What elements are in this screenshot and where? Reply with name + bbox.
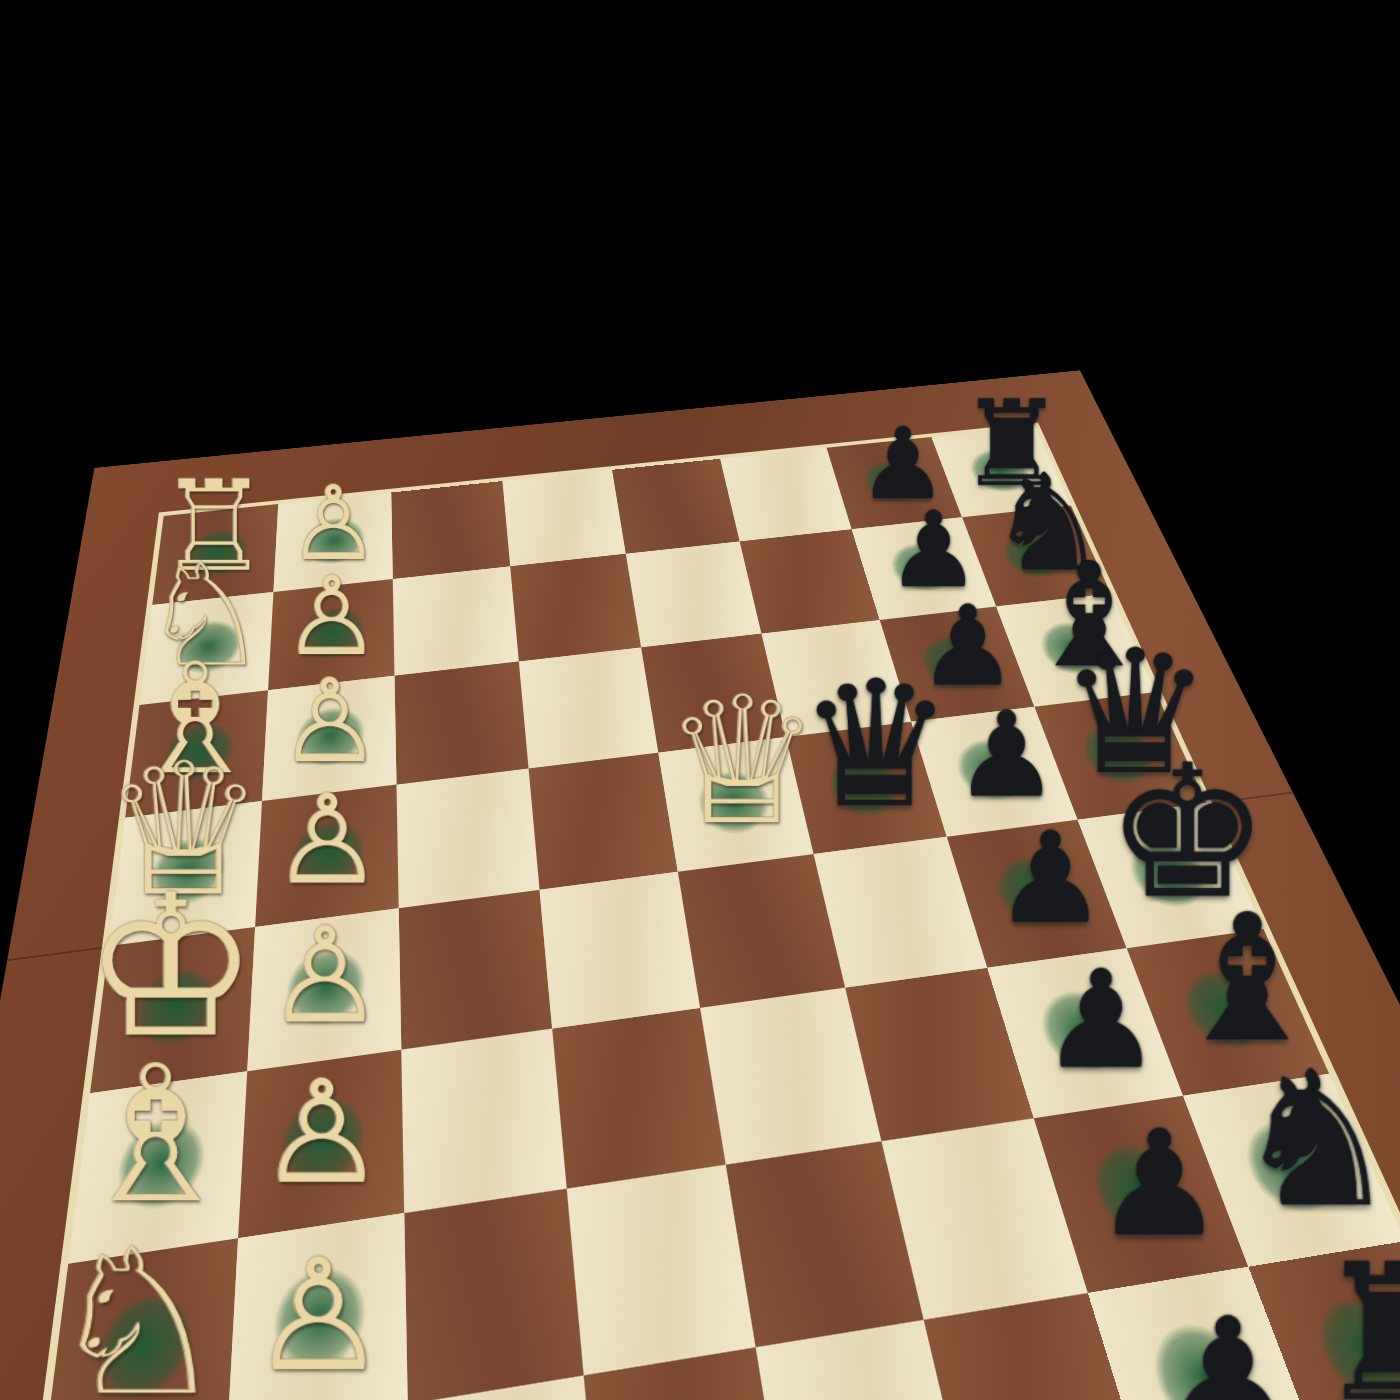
felt-base <box>1021 611 1129 688</box>
square-f4 <box>552 1008 726 1189</box>
square-c3 <box>395 661 529 784</box>
felt-base <box>1285 1275 1400 1400</box>
felt-base <box>974 842 1096 943</box>
board-grid: ♖♙♟♜♘♙♟♞♗♙♟♝♕♙♕♛♟♛♔♙♟♚♗♙♟♝♘♙♟♞♖♙♟♜ <box>12 426 1400 1400</box>
square-c5 <box>641 634 786 753</box>
square-b2: ♙ <box>268 579 394 690</box>
square-g4 <box>567 1165 756 1376</box>
square-e4 <box>540 872 701 1029</box>
square-a3 <box>391 481 510 579</box>
square-d5: ♕ <box>658 737 813 872</box>
felt-base <box>953 440 1048 502</box>
board-boundary-line: ♖♙♟♜♘♙♟♞♗♙♟♝♕♙♕♛♟♛♔♙♟♚♗♙♟♝♘♙♟♞♖♙♟♜ <box>2 423 1400 1400</box>
felt-base <box>1217 1102 1368 1233</box>
felt-base <box>162 609 253 686</box>
square-b5 <box>626 541 762 647</box>
felt-base <box>266 1078 378 1206</box>
white-king-e1: ♔ <box>83 874 259 1060</box>
felt-base <box>847 451 939 514</box>
square-d1: ♕ <box>109 801 262 946</box>
square-a5 <box>612 459 740 554</box>
square-d4 <box>529 753 678 890</box>
square-e1: ♔ <box>90 927 255 1093</box>
felt-base <box>289 596 374 672</box>
felt-base <box>903 624 1008 702</box>
square-g2: ♙ <box>227 1213 407 1400</box>
square-c2: ♙ <box>262 676 396 801</box>
square-a1: ♖ <box>152 504 278 605</box>
felt-base <box>1017 974 1150 1089</box>
square-g3 <box>404 1189 583 1400</box>
felt-base <box>279 806 376 903</box>
felt-base <box>273 933 377 1044</box>
felt-base <box>1124 1301 1285 1400</box>
square-d6: ♛ <box>786 722 947 854</box>
square-f3 <box>401 1029 566 1214</box>
felt-base <box>77 1271 210 1400</box>
photo-background: ♖♙♟♜♘♙♟♞♗♙♟♝♕♙♕♛♟♛♔♙♟♚♗♙♟♝♘♙♟♞♖♙♟♜ <box>0 0 1400 1400</box>
felt-base <box>1106 825 1232 924</box>
felt-base <box>135 823 239 921</box>
square-d7: ♟ <box>911 707 1077 837</box>
square-c1: ♗ <box>125 690 268 818</box>
felt-base <box>874 533 972 603</box>
felt-base <box>1061 711 1178 798</box>
felt-base <box>99 1100 221 1231</box>
square-f1: ♗ <box>68 1071 247 1264</box>
felt-base <box>149 709 246 796</box>
felt-base <box>284 695 374 780</box>
felt-base <box>293 508 373 576</box>
chess-board: ♖♙♟♜♘♙♟♞♗♙♟♝♕♙♕♛♟♛♔♙♟♚♗♙♟♝♘♙♟♞♖♙♟♜ <box>0 370 1400 1400</box>
white-pawn-d2: ♙ <box>272 782 383 899</box>
square-d3 <box>396 768 539 908</box>
felt-base <box>174 519 260 588</box>
square-a4 <box>502 470 625 566</box>
felt-base <box>985 521 1086 590</box>
felt-base <box>258 1246 379 1396</box>
square-h7: ♟ <box>1088 1267 1325 1400</box>
felt-base <box>682 757 787 849</box>
felt-base <box>118 952 230 1065</box>
square-d2: ♙ <box>255 785 399 927</box>
black-pawn-d7: ♟ <box>954 699 1060 811</box>
square-c4 <box>519 647 659 768</box>
felt-base <box>1157 954 1295 1067</box>
square-g8: ♞ <box>1183 1074 1400 1267</box>
felt-base <box>937 726 1050 814</box>
felt-base <box>810 742 919 832</box>
square-b4 <box>510 554 641 662</box>
square-e2: ♙ <box>247 908 401 1071</box>
square-b3 <box>393 566 519 675</box>
square-e3 <box>399 890 552 1050</box>
square-a2: ♙ <box>273 493 392 592</box>
square-e5 <box>678 854 845 1008</box>
square-f2: ♙ <box>238 1050 404 1239</box>
felt-base <box>1066 1125 1212 1259</box>
square-b1: ♘ <box>140 592 274 705</box>
